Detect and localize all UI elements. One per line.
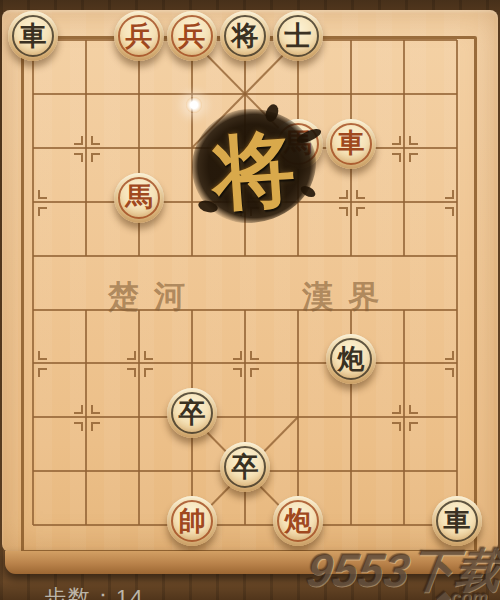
- piece-glyph: 炮: [338, 345, 365, 372]
- sparkle-effect-icon: [186, 97, 202, 113]
- piece-glyph: 車: [20, 22, 47, 49]
- piece-black[interactable]: 士: [273, 11, 323, 61]
- piece-glyph: 将: [232, 22, 259, 49]
- piece-red[interactable]: 車: [326, 119, 376, 169]
- piece-red[interactable]: 兵: [114, 11, 164, 61]
- watermark: 9553下载 ◆com: [302, 550, 500, 600]
- piece-black[interactable]: 車: [8, 11, 58, 61]
- piece-glyph: 士: [285, 22, 312, 49]
- piece-black[interactable]: 将: [220, 11, 270, 61]
- piece-red[interactable]: 兵: [167, 11, 217, 61]
- piece-glyph: 車: [338, 129, 365, 156]
- piece-glyph: 車: [444, 507, 471, 534]
- app-screen: 楚河 漢界 車兵兵将士馬車馬炮卒卒帥炮車 将 步数：14 9553下载 ◆com: [0, 0, 500, 600]
- step-counter: 步数：14: [44, 583, 144, 600]
- piece-black[interactable]: 卒: [220, 442, 270, 492]
- piece-glyph: 馬: [126, 183, 153, 210]
- piece-red[interactable]: 帥: [167, 496, 217, 546]
- piece-black[interactable]: 車: [432, 496, 482, 546]
- piece-glyph: 炮: [285, 507, 312, 534]
- piece-glyph: 卒: [179, 399, 206, 426]
- piece-glyph: 兵: [179, 22, 206, 49]
- piece-glyph: 卒: [232, 453, 259, 480]
- piece-glyph: 馬: [285, 129, 312, 156]
- river-label-right: 漢界: [302, 276, 394, 318]
- xiangqi-board[interactable]: 楚河 漢界 車兵兵将士馬車馬炮卒卒帥炮車 将: [2, 10, 498, 552]
- river-label-left: 楚河: [108, 276, 200, 318]
- piece-black[interactable]: 卒: [167, 388, 217, 438]
- piece-glyph: 帥: [179, 507, 206, 534]
- piece-red[interactable]: 炮: [273, 496, 323, 546]
- piece-red[interactable]: 馬: [273, 119, 323, 169]
- piece-red[interactable]: 馬: [114, 173, 164, 223]
- watermark-main: 9553下载: [304, 550, 500, 591]
- piece-glyph: 兵: [126, 22, 153, 49]
